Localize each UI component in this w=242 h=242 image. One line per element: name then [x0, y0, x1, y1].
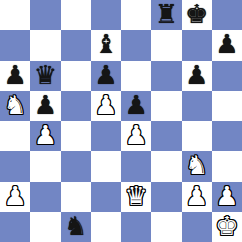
- square-f6[interactable]: [151, 61, 181, 91]
- square-h3[interactable]: [212, 151, 242, 181]
- square-c4[interactable]: [61, 121, 91, 151]
- white-pawn[interactable]: ♟: [215, 183, 238, 209]
- black-king[interactable]: ♚: [185, 1, 208, 27]
- square-a1[interactable]: [0, 212, 30, 242]
- square-h4[interactable]: [212, 121, 242, 151]
- black-pawn[interactable]: ♟: [215, 31, 238, 57]
- black-queen[interactable]: ♛: [34, 62, 57, 88]
- square-h7[interactable]: ♟: [212, 30, 242, 60]
- square-g7[interactable]: [182, 30, 212, 60]
- white-knight[interactable]: ♞: [185, 152, 208, 178]
- square-e1[interactable]: [121, 212, 151, 242]
- square-g4[interactable]: [182, 121, 212, 151]
- chess-board: ♜♚♝♟♟♛♟♟♞♟♟♟♟♟♞♟♛♟♟♞♚: [0, 0, 242, 242]
- white-pawn[interactable]: ♟: [94, 92, 117, 118]
- square-h5[interactable]: [212, 91, 242, 121]
- square-b1[interactable]: [30, 212, 60, 242]
- square-g2[interactable]: ♟: [182, 182, 212, 212]
- square-b7[interactable]: [30, 30, 60, 60]
- square-d5[interactable]: ♟: [91, 91, 121, 121]
- black-pawn[interactable]: ♟: [3, 62, 26, 88]
- square-f3[interactable]: [151, 151, 181, 181]
- square-c7[interactable]: [61, 30, 91, 60]
- square-c1[interactable]: ♞: [61, 212, 91, 242]
- white-pawn[interactable]: ♟: [3, 183, 26, 209]
- white-queen[interactable]: ♛: [124, 183, 147, 209]
- square-f4[interactable]: [151, 121, 181, 151]
- white-knight[interactable]: ♞: [3, 92, 26, 118]
- black-knight[interactable]: ♞: [64, 213, 87, 239]
- square-d8[interactable]: [91, 0, 121, 30]
- square-e8[interactable]: [121, 0, 151, 30]
- square-f5[interactable]: [151, 91, 181, 121]
- black-pawn[interactable]: ♟: [34, 92, 57, 118]
- black-pawn[interactable]: ♟: [94, 62, 117, 88]
- square-d4[interactable]: [91, 121, 121, 151]
- square-e7[interactable]: [121, 30, 151, 60]
- square-g8[interactable]: ♚: [182, 0, 212, 30]
- square-c5[interactable]: [61, 91, 91, 121]
- square-e6[interactable]: [121, 61, 151, 91]
- white-pawn[interactable]: ♟: [124, 122, 147, 148]
- square-g3[interactable]: ♞: [182, 151, 212, 181]
- square-c8[interactable]: [61, 0, 91, 30]
- square-d2[interactable]: [91, 182, 121, 212]
- square-b6[interactable]: ♛: [30, 61, 60, 91]
- square-e3[interactable]: [121, 151, 151, 181]
- black-pawn[interactable]: ♟: [185, 62, 208, 88]
- square-b8[interactable]: [30, 0, 60, 30]
- square-a2[interactable]: ♟: [0, 182, 30, 212]
- square-a6[interactable]: ♟: [0, 61, 30, 91]
- square-a7[interactable]: [0, 30, 30, 60]
- square-c3[interactable]: [61, 151, 91, 181]
- square-d1[interactable]: [91, 212, 121, 242]
- square-c6[interactable]: [61, 61, 91, 91]
- square-f8[interactable]: ♜: [151, 0, 181, 30]
- square-b3[interactable]: [30, 151, 60, 181]
- square-f2[interactable]: [151, 182, 181, 212]
- square-e4[interactable]: ♟: [121, 121, 151, 151]
- white-pawn[interactable]: ♟: [185, 183, 208, 209]
- square-d3[interactable]: [91, 151, 121, 181]
- square-h1[interactable]: ♚: [212, 212, 242, 242]
- white-pawn[interactable]: ♟: [34, 122, 57, 148]
- square-b2[interactable]: [30, 182, 60, 212]
- black-bishop[interactable]: ♝: [94, 31, 117, 57]
- black-rook[interactable]: ♜: [155, 1, 178, 27]
- square-h8[interactable]: [212, 0, 242, 30]
- square-a5[interactable]: ♞: [0, 91, 30, 121]
- white-king[interactable]: ♚: [215, 213, 238, 239]
- square-a4[interactable]: [0, 121, 30, 151]
- square-h6[interactable]: [212, 61, 242, 91]
- square-h2[interactable]: ♟: [212, 182, 242, 212]
- square-c2[interactable]: [61, 182, 91, 212]
- square-e2[interactable]: ♛: [121, 182, 151, 212]
- square-f1[interactable]: [151, 212, 181, 242]
- square-f7[interactable]: [151, 30, 181, 60]
- square-d6[interactable]: ♟: [91, 61, 121, 91]
- square-b5[interactable]: ♟: [30, 91, 60, 121]
- square-a3[interactable]: [0, 151, 30, 181]
- square-e5[interactable]: ♟: [121, 91, 151, 121]
- square-g1[interactable]: [182, 212, 212, 242]
- square-g5[interactable]: [182, 91, 212, 121]
- square-g6[interactable]: ♟: [182, 61, 212, 91]
- square-b4[interactable]: ♟: [30, 121, 60, 151]
- black-pawn[interactable]: ♟: [124, 92, 147, 118]
- square-a8[interactable]: [0, 0, 30, 30]
- square-d7[interactable]: ♝: [91, 30, 121, 60]
